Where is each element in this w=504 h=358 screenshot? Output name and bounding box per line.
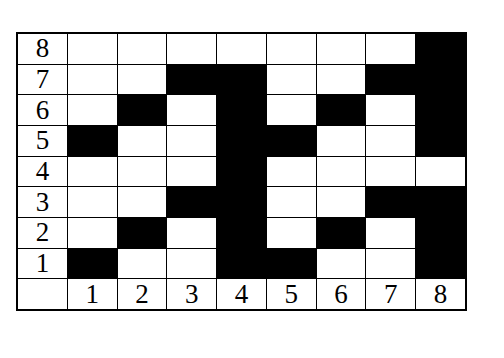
cell-c5-r4 (267, 157, 316, 187)
cell-c7-r1 (366, 249, 415, 279)
cell-c7-r6 (366, 95, 415, 125)
cell-c3-r1 (167, 249, 216, 279)
col-label-7: 7 (366, 279, 415, 309)
cell-c4-r5 (217, 126, 266, 156)
cell-c1-r1 (68, 249, 117, 279)
row-label-8: 8 (18, 34, 67, 64)
col-label-3: 3 (167, 279, 216, 309)
cell-c5-r1 (267, 249, 316, 279)
cell-c8-r6 (416, 95, 465, 125)
col-label-4: 4 (217, 279, 266, 309)
cell-c2-r8 (118, 34, 167, 64)
row-label-2: 2 (18, 218, 67, 248)
col-label-6: 6 (317, 279, 366, 309)
cell-c5-r6 (267, 95, 316, 125)
cell-c8-r2 (416, 218, 465, 248)
cell-c1-r7 (68, 65, 117, 95)
row-label-5: 5 (18, 126, 67, 156)
cell-c5-r2 (267, 218, 316, 248)
cell-c6-r2 (317, 218, 366, 248)
cell-c1-r3 (68, 187, 117, 217)
cell-c8-r1 (416, 249, 465, 279)
col-label-8: 8 (416, 279, 465, 309)
cell-c1-r8 (68, 34, 117, 64)
cell-c8-r8 (416, 34, 465, 64)
cell-c4-r3 (217, 187, 266, 217)
cell-c5-r3 (267, 187, 316, 217)
col-label-5: 5 (267, 279, 316, 309)
cell-c4-r4 (217, 157, 266, 187)
cell-c1-r6 (68, 95, 117, 125)
cell-c1-r4 (68, 157, 117, 187)
cell-c3-r8 (167, 34, 216, 64)
cell-c6-r7 (317, 65, 366, 95)
cell-c8-r4 (416, 157, 465, 187)
cell-c7-r3 (366, 187, 415, 217)
cell-c6-r4 (317, 157, 366, 187)
corner-cell (18, 279, 67, 309)
cell-c7-r2 (366, 218, 415, 248)
cell-c4-r1 (217, 249, 266, 279)
cell-c1-r2 (68, 218, 117, 248)
cell-c2-r7 (118, 65, 167, 95)
col-label-2: 2 (118, 279, 167, 309)
cell-c3-r2 (167, 218, 216, 248)
cell-c3-r4 (167, 157, 216, 187)
page: 8765432112345678 (0, 0, 504, 358)
cell-c3-r5 (167, 126, 216, 156)
cell-c3-r7 (167, 65, 216, 95)
cell-c7-r7 (366, 65, 415, 95)
cell-c3-r6 (167, 95, 216, 125)
cell-c6-r6 (317, 95, 366, 125)
row-label-7: 7 (18, 65, 67, 95)
cell-c1-r5 (68, 126, 117, 156)
row-label-6: 6 (18, 95, 67, 125)
cell-c6-r8 (317, 34, 366, 64)
cell-c2-r3 (118, 187, 167, 217)
row-label-4: 4 (18, 157, 67, 187)
cell-c4-r2 (217, 218, 266, 248)
cell-c6-r5 (317, 126, 366, 156)
cell-c2-r6 (118, 95, 167, 125)
cell-c2-r5 (118, 126, 167, 156)
cell-c4-r6 (217, 95, 266, 125)
cell-c7-r4 (366, 157, 415, 187)
cell-c4-r8 (217, 34, 266, 64)
cell-c5-r8 (267, 34, 316, 64)
cell-c5-r5 (267, 126, 316, 156)
cell-c8-r7 (416, 65, 465, 95)
cell-c3-r3 (167, 187, 216, 217)
cell-c2-r4 (118, 157, 167, 187)
cell-c4-r7 (217, 65, 266, 95)
cell-c7-r8 (366, 34, 415, 64)
col-label-1: 1 (68, 279, 117, 309)
cell-c8-r3 (416, 187, 465, 217)
cell-c2-r1 (118, 249, 167, 279)
cell-c7-r5 (366, 126, 415, 156)
puzzle-board: 8765432112345678 (16, 32, 467, 311)
cell-c6-r3 (317, 187, 366, 217)
row-label-1: 1 (18, 249, 67, 279)
cell-c6-r1 (317, 249, 366, 279)
cell-c5-r7 (267, 65, 316, 95)
cell-c2-r2 (118, 218, 167, 248)
row-label-3: 3 (18, 187, 67, 217)
cell-c8-r5 (416, 126, 465, 156)
